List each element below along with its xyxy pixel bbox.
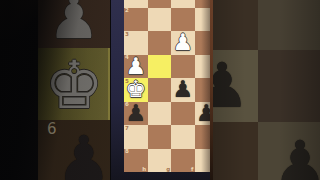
file-label-h: h — [143, 166, 147, 172]
square-e6[interactable]: ♟ — [195, 102, 211, 126]
square-g8[interactable]: g — [148, 149, 172, 173]
black-pawn-piece: ♟ — [196, 102, 210, 126]
video-letterbox-strip: 123♟4♟5♚♟6♟♟78hgfe — [111, 0, 210, 180]
square-h6[interactable]: 6♟ — [124, 102, 148, 126]
square-h7[interactable]: 7 — [124, 125, 148, 149]
background-blur-left: ♟ ♚ 6 ♟ — [0, 0, 111, 180]
square-e4[interactable] — [195, 55, 211, 79]
background-black-pawn-icon: ♟ — [272, 133, 320, 180]
background-square-e5 — [258, 50, 320, 122]
square-h1[interactable]: 1 — [124, 0, 148, 8]
square-e2[interactable] — [195, 8, 211, 32]
square-g7[interactable] — [148, 125, 172, 149]
background-corner-tint — [0, 0, 42, 38]
square-h3[interactable]: 3 — [124, 31, 148, 55]
rank-label-3: 3 — [125, 32, 129, 38]
square-e3[interactable] — [195, 31, 211, 55]
square-g4[interactable] — [148, 55, 172, 79]
file-label-g: g — [166, 166, 170, 172]
square-f3[interactable]: ♟ — [171, 31, 195, 55]
rank-label-5: 5 — [125, 79, 129, 85]
square-f7[interactable] — [171, 125, 195, 149]
chess-board: 123♟4♟5♚♟6♟♟78hgfe — [124, 0, 210, 172]
rank-label-7: 7 — [125, 126, 129, 132]
background-square-f6 — [213, 122, 258, 180]
square-h5[interactable]: 5♚ — [124, 78, 148, 102]
background-square-f5: ♟ — [213, 50, 258, 122]
square-f6[interactable] — [171, 102, 195, 126]
square-h2[interactable]: 2 — [124, 8, 148, 32]
square-e1[interactable] — [195, 0, 211, 8]
square-g6[interactable] — [148, 102, 172, 126]
background-square-e6: ♟ — [258, 122, 320, 180]
background-white-king-icon: ♚ — [44, 53, 103, 119]
square-f5[interactable]: ♟ — [171, 78, 195, 102]
background-blur-right: ♟ ♟ — [213, 0, 320, 180]
background-board-grid-right: ♟ ♟ — [213, 0, 320, 180]
square-h8[interactable]: 8h — [124, 149, 148, 173]
rank-label-4: 4 — [125, 55, 129, 61]
rank-label-8: 8 — [125, 149, 129, 155]
background-square-f4 — [213, 0, 258, 50]
background-square-h5-highlight: ♚ — [38, 48, 110, 120]
square-g3[interactable] — [148, 31, 172, 55]
square-g2[interactable] — [148, 8, 172, 32]
square-e8[interactable]: e — [195, 149, 211, 173]
background-black-pawn-icon: ♟ — [213, 55, 250, 117]
square-e7[interactable] — [195, 125, 211, 149]
square-g5[interactable] — [148, 78, 172, 102]
background-board-column: ♟ ♚ 6 ♟ — [38, 0, 110, 180]
square-f4[interactable] — [171, 55, 195, 79]
background-black-pawn-icon: ♟ — [56, 128, 111, 180]
file-label-f: f — [191, 166, 193, 172]
chess-board-grid: 123♟4♟5♚♟6♟♟78hgfe — [124, 0, 210, 172]
background-square-h6: 6 ♟ — [38, 120, 110, 180]
square-g1[interactable] — [148, 0, 172, 8]
video-frame: ♟ ♚ 6 ♟ 123♟4♟5♚♟6♟♟78hgfe ♟ — [0, 0, 320, 180]
background-white-pawn-icon: ♟ — [48, 0, 100, 47]
square-f8[interactable]: f — [171, 149, 195, 173]
rank-label-6: 6 — [125, 102, 129, 108]
black-pawn-piece: ♟ — [172, 78, 193, 102]
square-e5[interactable] — [195, 78, 211, 102]
background-square-h4: ♟ — [38, 0, 110, 48]
square-f1[interactable] — [171, 0, 195, 8]
background-square-e4 — [258, 0, 320, 50]
rank-label-2: 2 — [125, 8, 129, 14]
square-f2[interactable] — [171, 8, 195, 32]
white-pawn-piece: ♟ — [172, 31, 193, 55]
square-h4[interactable]: 4♟ — [124, 55, 148, 79]
